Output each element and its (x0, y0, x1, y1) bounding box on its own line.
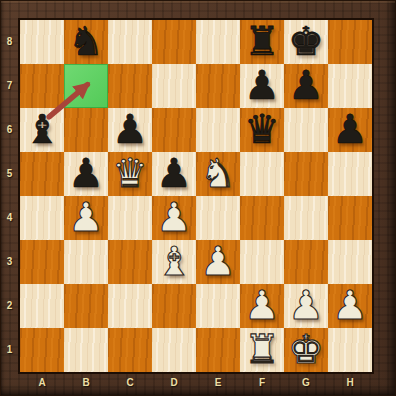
square-h1[interactable] (328, 328, 372, 372)
square-h5[interactable] (328, 152, 372, 196)
square-a7[interactable] (20, 64, 64, 108)
square-c3[interactable] (108, 240, 152, 284)
rank-label-7: 7 (0, 64, 19, 108)
piece-black-pawn-h6[interactable]: ♟ (328, 107, 372, 151)
square-e1[interactable] (196, 328, 240, 372)
square-g7[interactable]: ♟ (284, 64, 328, 108)
square-d4[interactable]: ♟ (152, 196, 196, 240)
piece-white-rook-f1[interactable]: ♜ (240, 327, 284, 371)
rank-label-2: 2 (0, 284, 19, 328)
piece-white-pawn-e3[interactable]: ♟ (196, 239, 240, 283)
square-d6[interactable] (152, 108, 196, 152)
square-h8[interactable] (328, 20, 372, 64)
square-a8[interactable] (20, 20, 64, 64)
rank-label-1: 1 (0, 328, 19, 372)
square-d3[interactable]: ♝ (152, 240, 196, 284)
file-label-h: H (328, 372, 372, 394)
chess-board: ♞♜♚♟♟♝♟♛♟♟♛♟♞♟♟♝♟♟♟♟♜♚ (20, 20, 372, 372)
piece-white-pawn-b4[interactable]: ♟ (64, 195, 108, 239)
piece-black-bishop-a6[interactable]: ♝ (20, 107, 64, 151)
piece-black-rook-f8[interactable]: ♜ (240, 19, 284, 63)
rank-label-6: 6 (0, 108, 19, 152)
square-a1[interactable] (20, 328, 64, 372)
square-f8[interactable]: ♜ (240, 20, 284, 64)
square-h4[interactable] (328, 196, 372, 240)
piece-black-pawn-d5[interactable]: ♟ (152, 151, 196, 195)
square-f1[interactable]: ♜ (240, 328, 284, 372)
square-h7[interactable] (328, 64, 372, 108)
piece-black-pawn-g7[interactable]: ♟ (284, 63, 328, 107)
square-g2[interactable]: ♟ (284, 284, 328, 328)
square-d1[interactable] (152, 328, 196, 372)
piece-black-king-g8[interactable]: ♚ (284, 19, 328, 63)
square-a2[interactable] (20, 284, 64, 328)
piece-white-queen-c5[interactable]: ♛ (108, 151, 152, 195)
piece-white-pawn-d4[interactable]: ♟ (152, 195, 196, 239)
piece-white-bishop-d3[interactable]: ♝ (152, 239, 196, 283)
piece-white-pawn-h2[interactable]: ♟ (328, 283, 372, 327)
square-c2[interactable] (108, 284, 152, 328)
square-h2[interactable]: ♟ (328, 284, 372, 328)
square-f6[interactable]: ♛ (240, 108, 284, 152)
square-a6[interactable]: ♝ (20, 108, 64, 152)
square-g5[interactable] (284, 152, 328, 196)
piece-black-queen-f6[interactable]: ♛ (240, 107, 284, 151)
square-b3[interactable] (64, 240, 108, 284)
file-label-f: F (240, 372, 284, 394)
piece-black-pawn-b5[interactable]: ♟ (64, 151, 108, 195)
square-b6[interactable] (64, 108, 108, 152)
file-label-c: C (108, 372, 152, 394)
piece-white-pawn-g2[interactable]: ♟ (284, 283, 328, 327)
file-label-g: G (284, 372, 328, 394)
square-d7[interactable] (152, 64, 196, 108)
square-e5[interactable]: ♞ (196, 152, 240, 196)
rank-labels: 87654321 (0, 20, 19, 372)
square-g4[interactable] (284, 196, 328, 240)
file-label-b: B (64, 372, 108, 394)
rank-label-8: 8 (0, 20, 19, 64)
square-g6[interactable] (284, 108, 328, 152)
square-c4[interactable] (108, 196, 152, 240)
square-d5[interactable]: ♟ (152, 152, 196, 196)
piece-black-knight-b8[interactable]: ♞ (64, 19, 108, 63)
square-c8[interactable] (108, 20, 152, 64)
square-h3[interactable] (328, 240, 372, 284)
square-e8[interactable] (196, 20, 240, 64)
square-c7[interactable] (108, 64, 152, 108)
square-g8[interactable]: ♚ (284, 20, 328, 64)
square-g1[interactable]: ♚ (284, 328, 328, 372)
file-label-d: D (152, 372, 196, 394)
square-c1[interactable] (108, 328, 152, 372)
rank-label-3: 3 (0, 240, 19, 284)
square-b7[interactable] (64, 64, 108, 108)
square-b2[interactable] (64, 284, 108, 328)
square-f5[interactable] (240, 152, 284, 196)
rank-label-5: 5 (0, 152, 19, 196)
square-b5[interactable]: ♟ (64, 152, 108, 196)
piece-white-knight-e5[interactable]: ♞ (196, 151, 240, 195)
square-c5[interactable]: ♛ (108, 152, 152, 196)
square-e4[interactable] (196, 196, 240, 240)
square-a5[interactable] (20, 152, 64, 196)
piece-black-pawn-f7[interactable]: ♟ (240, 63, 284, 107)
rank-label-4: 4 (0, 196, 19, 240)
square-f2[interactable]: ♟ (240, 284, 284, 328)
square-d8[interactable] (152, 20, 196, 64)
square-f7[interactable]: ♟ (240, 64, 284, 108)
file-label-e: E (196, 372, 240, 394)
square-b8[interactable]: ♞ (64, 20, 108, 64)
square-d2[interactable] (152, 284, 196, 328)
square-e7[interactable] (196, 64, 240, 108)
board-frame: 87654321 ABCDEFGH ♞♜♚♟♟♝♟♛♟♟♛♟♞♟♟♝♟♟♟♟♜♚ (0, 0, 396, 396)
square-g3[interactable] (284, 240, 328, 284)
piece-white-king-g1[interactable]: ♚ (284, 327, 328, 371)
square-e2[interactable] (196, 284, 240, 328)
square-h6[interactable]: ♟ (328, 108, 372, 152)
square-e6[interactable] (196, 108, 240, 152)
square-a3[interactable] (20, 240, 64, 284)
square-b4[interactable]: ♟ (64, 196, 108, 240)
square-c6[interactable]: ♟ (108, 108, 152, 152)
square-a4[interactable] (20, 196, 64, 240)
file-label-a: A (20, 372, 64, 394)
square-f3[interactable] (240, 240, 284, 284)
file-labels: ABCDEFGH (20, 372, 372, 396)
piece-white-pawn-f2[interactable]: ♟ (240, 283, 284, 327)
square-f4[interactable] (240, 196, 284, 240)
piece-black-pawn-c6[interactable]: ♟ (108, 107, 152, 151)
square-e3[interactable]: ♟ (196, 240, 240, 284)
square-b1[interactable] (64, 328, 108, 372)
